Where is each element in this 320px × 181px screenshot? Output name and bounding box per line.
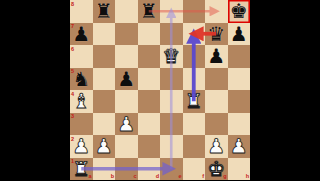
piece-white-pawn-g2[interactable]: ♟: [205, 135, 228, 158]
square-h4[interactable]: [228, 90, 251, 113]
right-black-bar: [250, 0, 320, 180]
chess-board[interactable]: 87654321abcdefgh♜♜♚♟♛♟♛♟♞♟♝♜♟♟♟♟♟♜♚: [70, 0, 250, 180]
piece-black-pawn-h7[interactable]: ♟: [228, 23, 251, 46]
square-c7[interactable]: [115, 23, 138, 46]
square-e1[interactable]: [160, 158, 183, 181]
square-h3[interactable]: [228, 113, 251, 136]
square-d7[interactable]: [138, 23, 161, 46]
piece-white-pawn-a2[interactable]: ♟: [70, 135, 93, 158]
square-g4[interactable]: [205, 90, 228, 113]
piece-black-pawn-g6[interactable]: ♟: [205, 45, 228, 68]
piece-black-knight-a5[interactable]: ♞: [70, 68, 93, 91]
square-e2[interactable]: [160, 135, 183, 158]
piece-black-pawn-a7[interactable]: ♟: [70, 23, 93, 46]
piece-white-pawn-h2[interactable]: ♟: [228, 135, 251, 158]
piece-white-rook-f4[interactable]: ♜: [183, 90, 206, 113]
piece-white-king-g1[interactable]: ♚: [205, 158, 228, 181]
piece-black-rook-b8[interactable]: ♜: [93, 0, 116, 23]
square-f3[interactable]: [183, 113, 206, 136]
square-c8[interactable]: [115, 0, 138, 23]
square-g8[interactable]: [205, 0, 228, 23]
piece-white-pawn-c3[interactable]: ♟: [115, 113, 138, 136]
square-d1[interactable]: [138, 158, 161, 181]
square-d4[interactable]: [138, 90, 161, 113]
square-d6[interactable]: [138, 45, 161, 68]
piece-white-bishop-a4[interactable]: ♝: [70, 90, 93, 113]
square-d5[interactable]: [138, 68, 161, 91]
piece-white-rook-a1[interactable]: ♜: [70, 158, 93, 181]
square-a6[interactable]: [70, 45, 93, 68]
square-f2[interactable]: [183, 135, 206, 158]
left-black-bar: [0, 0, 70, 180]
square-a3[interactable]: [70, 113, 93, 136]
piece-black-king-h8[interactable]: ♚: [228, 0, 251, 23]
square-h1[interactable]: [228, 158, 251, 181]
square-f5[interactable]: [183, 68, 206, 91]
piece-white-pawn-b2[interactable]: ♟: [93, 135, 116, 158]
square-h6[interactable]: [228, 45, 251, 68]
video-frame: 87654321abcdefgh♜♜♚♟♛♟♛♟♞♟♝♜♟♟♟♟♟♜♚: [0, 0, 320, 180]
square-c4[interactable]: [115, 90, 138, 113]
piece-black-rook-d8[interactable]: ♜: [138, 0, 161, 23]
square-e8[interactable]: [160, 0, 183, 23]
square-f1[interactable]: [183, 158, 206, 181]
square-b4[interactable]: [93, 90, 116, 113]
square-h5[interactable]: [228, 68, 251, 91]
square-b5[interactable]: [93, 68, 116, 91]
square-b6[interactable]: [93, 45, 116, 68]
piece-black-pawn-c5[interactable]: ♟: [115, 68, 138, 91]
square-f8[interactable]: [183, 0, 206, 23]
square-g5[interactable]: [205, 68, 228, 91]
piece-white-queen-e6[interactable]: ♛: [160, 45, 183, 68]
square-e4[interactable]: [160, 90, 183, 113]
piece-black-queen-g7[interactable]: ♛: [205, 23, 228, 46]
square-a8[interactable]: [70, 0, 93, 23]
square-c2[interactable]: [115, 135, 138, 158]
square-d3[interactable]: [138, 113, 161, 136]
square-c1[interactable]: [115, 158, 138, 181]
square-d2[interactable]: [138, 135, 161, 158]
square-g3[interactable]: [205, 113, 228, 136]
square-e5[interactable]: [160, 68, 183, 91]
square-f7[interactable]: [183, 23, 206, 46]
square-b7[interactable]: [93, 23, 116, 46]
square-f6[interactable]: [183, 45, 206, 68]
square-b1[interactable]: [93, 158, 116, 181]
square-c6[interactable]: [115, 45, 138, 68]
square-e3[interactable]: [160, 113, 183, 136]
square-e7[interactable]: [160, 23, 183, 46]
square-b3[interactable]: [93, 113, 116, 136]
